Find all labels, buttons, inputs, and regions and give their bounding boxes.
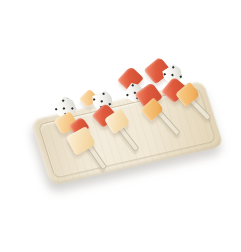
photo-stage xyxy=(0,0,241,252)
skewer-layer xyxy=(0,0,241,252)
